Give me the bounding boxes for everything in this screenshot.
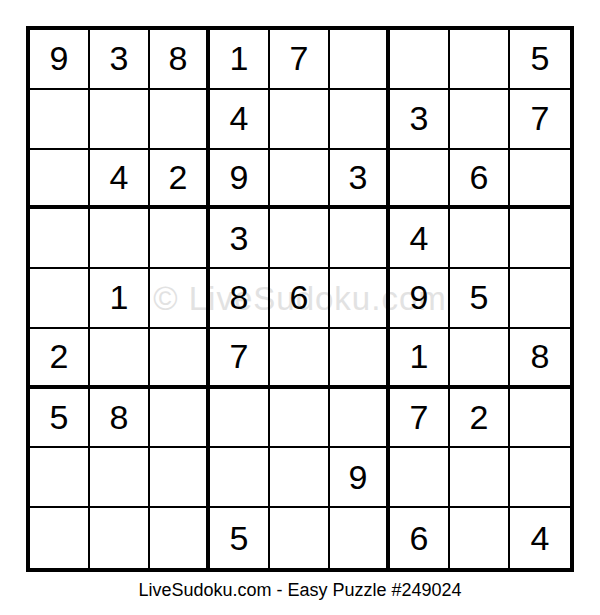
cell-r8c1-empty[interactable] [30,448,90,508]
cell-r9c9-given: 4 [510,508,570,568]
cell-r8c4-empty[interactable] [210,448,270,508]
cell-r2c4-given: 4 [210,90,270,150]
cell-r7c9-empty[interactable] [510,389,570,449]
cell-r1c4-given: 1 [210,30,270,90]
cell-r6c8-empty[interactable] [450,329,510,389]
cell-r9c4-given: 5 [210,508,270,568]
cell-r2c5-empty[interactable] [270,90,330,150]
cell-r9c7-given: 6 [390,508,450,568]
cell-r3c5-empty[interactable] [270,150,330,210]
cell-r9c8-empty[interactable] [450,508,510,568]
cell-r3c3-given: 2 [150,150,210,210]
cell-r6c5-empty[interactable] [270,329,330,389]
cell-r4c6-empty[interactable] [330,209,390,269]
cell-r9c6-empty[interactable] [330,508,390,568]
cell-r3c9-empty[interactable] [510,150,570,210]
cell-r4c8-empty[interactable] [450,209,510,269]
cell-r3c4-given: 9 [210,150,270,210]
cell-r7c4-empty[interactable] [210,389,270,449]
cell-r7c8-given: 2 [450,389,510,449]
cell-r1c7-empty[interactable] [390,30,450,90]
cell-r2c3-empty[interactable] [150,90,210,150]
cell-r2c2-empty[interactable] [90,90,150,150]
cell-r7c7-given: 7 [390,389,450,449]
cell-r4c2-empty[interactable] [90,209,150,269]
cell-r2c9-given: 7 [510,90,570,150]
cell-r9c2-empty[interactable] [90,508,150,568]
cell-r1c6-empty[interactable] [330,30,390,90]
cell-r8c8-empty[interactable] [450,448,510,508]
cell-r3c2-given: 4 [90,150,150,210]
cell-r3c8-given: 6 [450,150,510,210]
cell-r8c9-empty[interactable] [510,448,570,508]
cell-r1c9-given: 5 [510,30,570,90]
cell-r5c8-given: 5 [450,269,510,329]
puzzle-caption: LiveSudoku.com - Easy Puzzle #249024 [0,580,600,601]
cell-r3c1-empty[interactable] [30,150,90,210]
cell-r8c3-empty[interactable] [150,448,210,508]
cell-r2c6-empty[interactable] [330,90,390,150]
cell-r1c8-empty[interactable] [450,30,510,90]
cell-r6c7-given: 1 [390,329,450,389]
cell-r5c6-empty[interactable] [330,269,390,329]
cell-r5c2-given: 1 [90,269,150,329]
cell-r8c6-given: 9 [330,448,390,508]
cell-r7c6-empty[interactable] [330,389,390,449]
cell-r5c4-given: 8 [210,269,270,329]
cell-r6c2-empty[interactable] [90,329,150,389]
cell-r7c5-empty[interactable] [270,389,330,449]
cell-r9c3-empty[interactable] [150,508,210,568]
cell-r7c3-empty[interactable] [150,389,210,449]
cell-r1c3-given: 8 [150,30,210,90]
cell-r3c6-given: 3 [330,150,390,210]
cell-r4c9-empty[interactable] [510,209,570,269]
cell-r8c2-empty[interactable] [90,448,150,508]
sudoku-board: © LiveSudoku.com 93817543742936341869527… [26,26,574,572]
cell-r9c5-empty[interactable] [270,508,330,568]
cell-r7c2-given: 8 [90,389,150,449]
cell-r5c9-empty[interactable] [510,269,570,329]
cell-r1c2-given: 3 [90,30,150,90]
cell-r4c4-given: 3 [210,209,270,269]
cell-r6c9-given: 8 [510,329,570,389]
cell-r4c1-empty[interactable] [30,209,90,269]
cell-r7c1-given: 5 [30,389,90,449]
cell-r6c6-empty[interactable] [330,329,390,389]
cell-r3c7-empty[interactable] [390,150,450,210]
cell-r4c5-empty[interactable] [270,209,330,269]
cell-r4c3-empty[interactable] [150,209,210,269]
cell-r6c1-given: 2 [30,329,90,389]
cell-r5c7-given: 9 [390,269,450,329]
cell-r9c1-empty[interactable] [30,508,90,568]
cell-r2c7-given: 3 [390,90,450,150]
cell-r1c5-given: 7 [270,30,330,90]
cell-r8c7-empty[interactable] [390,448,450,508]
cell-r5c3-empty[interactable] [150,269,210,329]
cell-r1c1-given: 9 [30,30,90,90]
cell-r2c1-empty[interactable] [30,90,90,150]
cell-r6c3-empty[interactable] [150,329,210,389]
cell-r8c5-empty[interactable] [270,448,330,508]
cell-r5c1-empty[interactable] [30,269,90,329]
cell-r2c8-empty[interactable] [450,90,510,150]
cell-r5c5-given: 6 [270,269,330,329]
cell-r6c4-given: 7 [210,329,270,389]
cell-r4c7-given: 4 [390,209,450,269]
sudoku-page: © LiveSudoku.com 93817543742936341869527… [0,0,600,615]
